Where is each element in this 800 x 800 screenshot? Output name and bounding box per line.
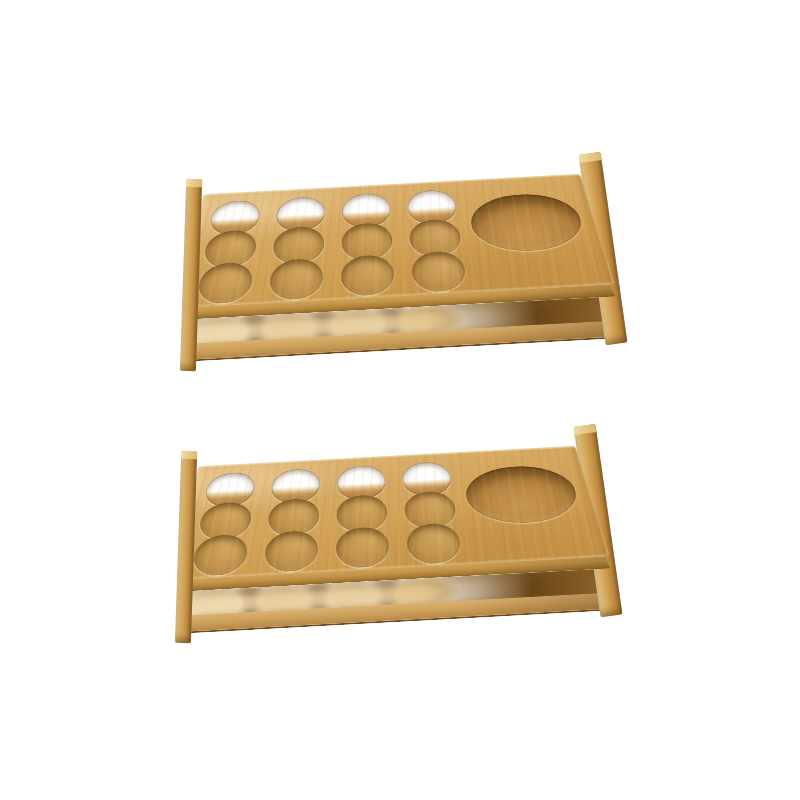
pit-r3c3[interactable]: [336, 526, 390, 569]
pit-r3c1[interactable]: [196, 262, 254, 305]
pit-r3c2[interactable]: [268, 258, 323, 301]
slab-surface: [176, 446, 609, 580]
pit-r3c2[interactable]: [263, 530, 318, 573]
pit-grid: [197, 188, 486, 300]
board-photo-stage: [0, 0, 800, 800]
pit-r3c3[interactable]: [341, 254, 395, 297]
pit-r3c4[interactable]: [411, 250, 468, 292]
store-pit[interactable]: [462, 464, 583, 526]
pit-grid: [192, 460, 481, 572]
tray-2-body: [154, 405, 636, 660]
store-pit[interactable]: [467, 192, 588, 254]
slab-surface: [181, 174, 614, 308]
tray-2: [160, 418, 630, 648]
pit-r3c4[interactable]: [406, 522, 463, 564]
pit-r3c1[interactable]: [191, 534, 249, 577]
tray-1: [165, 146, 635, 376]
tray-1-body: [159, 133, 641, 388]
